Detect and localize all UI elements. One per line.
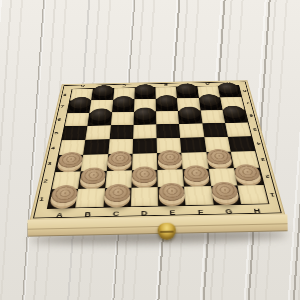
square-b5[interactable] xyxy=(86,125,111,140)
square-f6[interactable] xyxy=(178,110,202,124)
white-man-h2[interactable] xyxy=(234,164,262,181)
square-h1[interactable] xyxy=(237,185,268,204)
square-g6[interactable] xyxy=(200,110,225,124)
board-grid xyxy=(47,85,270,209)
square-d8[interactable] xyxy=(134,87,155,99)
square-h8[interactable] xyxy=(218,86,242,98)
square-e5[interactable] xyxy=(156,124,180,139)
black-man-f6[interactable] xyxy=(178,107,201,120)
board-face: ABCDEFGH 87654321 87654321 ABCDEFGH xyxy=(29,80,285,220)
white-man-d2[interactable] xyxy=(132,166,157,183)
square-g1[interactable] xyxy=(211,185,241,204)
photo-scene: ABCDEFGH 87654321 87654321 ABCDEFGH xyxy=(0,0,300,300)
square-c6[interactable] xyxy=(111,112,134,126)
white-man-a3[interactable] xyxy=(57,152,83,168)
white-man-g3[interactable] xyxy=(206,149,232,165)
square-b1[interactable] xyxy=(75,188,104,208)
white-man-e1[interactable] xyxy=(158,183,185,201)
square-d1[interactable] xyxy=(131,187,159,206)
square-f2[interactable] xyxy=(183,168,211,186)
square-c7[interactable] xyxy=(112,99,135,112)
square-a3[interactable] xyxy=(55,155,83,172)
white-man-e3[interactable] xyxy=(157,150,181,166)
square-b8[interactable] xyxy=(91,88,113,100)
square-d2[interactable] xyxy=(131,170,157,188)
square-e6[interactable] xyxy=(156,111,179,125)
square-h6[interactable] xyxy=(222,109,247,123)
square-c1[interactable] xyxy=(103,188,131,207)
black-man-d6[interactable] xyxy=(134,107,156,120)
black-man-b8[interactable] xyxy=(92,85,113,96)
square-d4[interactable] xyxy=(132,138,157,154)
square-g3[interactable] xyxy=(206,152,234,169)
square-c5[interactable] xyxy=(109,125,133,140)
square-a7[interactable] xyxy=(67,100,91,113)
square-a1[interactable] xyxy=(48,189,78,209)
square-h4[interactable] xyxy=(228,136,255,151)
black-man-e7[interactable] xyxy=(156,95,177,107)
square-f4[interactable] xyxy=(180,137,206,153)
square-h5[interactable] xyxy=(225,122,251,136)
square-a5[interactable] xyxy=(62,126,88,141)
white-man-b2[interactable] xyxy=(80,167,107,184)
square-d5[interactable] xyxy=(133,124,157,139)
black-man-f8[interactable] xyxy=(176,83,197,94)
square-b2[interactable] xyxy=(78,171,106,189)
black-man-g7[interactable] xyxy=(199,94,222,106)
black-man-a7[interactable] xyxy=(69,97,92,109)
square-g5[interactable] xyxy=(202,123,228,137)
board-face-perspective: ABCDEFGH 87654321 87654321 ABCDEFGH xyxy=(29,80,285,220)
square-f1[interactable] xyxy=(184,186,213,205)
white-man-g1[interactable] xyxy=(211,182,240,200)
square-e7[interactable] xyxy=(156,98,178,111)
white-man-c3[interactable] xyxy=(107,151,132,167)
square-e1[interactable] xyxy=(158,186,186,205)
square-f5[interactable] xyxy=(179,123,204,137)
square-b6[interactable] xyxy=(88,112,112,126)
black-man-h8[interactable] xyxy=(218,82,240,93)
square-a6[interactable] xyxy=(65,113,90,127)
square-d6[interactable] xyxy=(133,111,156,125)
black-man-c7[interactable] xyxy=(113,96,134,108)
square-g7[interactable] xyxy=(199,98,223,111)
white-man-f2[interactable] xyxy=(183,165,209,182)
square-h2[interactable] xyxy=(234,167,264,185)
checkers-board: ABCDEFGH 87654321 87654321 ABCDEFGH xyxy=(17,0,295,300)
white-man-c1[interactable] xyxy=(104,184,131,202)
square-e3[interactable] xyxy=(157,153,183,170)
black-man-b6[interactable] xyxy=(89,108,112,121)
square-f8[interactable] xyxy=(176,86,198,98)
square-b4[interactable] xyxy=(83,139,109,155)
square-c3[interactable] xyxy=(106,154,132,171)
black-man-d8[interactable] xyxy=(135,84,155,95)
